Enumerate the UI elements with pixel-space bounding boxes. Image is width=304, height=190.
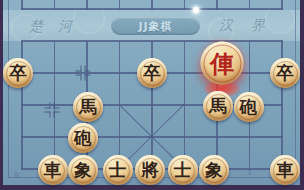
river-label-right: 汉界 — [219, 17, 283, 35]
piece-black-elephant[interactable]: 象 — [68, 155, 98, 185]
piece-black-horse[interactable]: 馬 — [73, 92, 103, 122]
point-marker — [44, 103, 59, 118]
piece-character: 車 — [276, 158, 294, 182]
piece-black-horse[interactable]: 馬 — [203, 91, 233, 121]
piece-black-advisor[interactable]: 士 — [168, 155, 198, 185]
app-logo-text: JJ象棋 — [138, 19, 172, 34]
piece-character: 士 — [174, 158, 192, 182]
piece-black-cannon[interactable]: 砲 — [68, 123, 98, 153]
file-coordinate-label: 9 — [14, 171, 18, 179]
piece-character: 車 — [44, 158, 62, 182]
piece-character: 象 — [205, 158, 223, 182]
sparkle-effect-dot — [193, 7, 199, 13]
piece-character: 馬 — [209, 94, 227, 118]
piece-black-chariot[interactable]: 車 — [270, 155, 300, 185]
file-coordinate-label: 2 — [247, 169, 251, 177]
piece-character: 卒 — [143, 61, 161, 85]
piece-character: 卒 — [9, 61, 27, 85]
piece-character: 馬 — [79, 95, 97, 119]
piece-character: 砲 — [240, 95, 258, 119]
river-label-left: 楚河 — [29, 18, 87, 36]
point-marker — [76, 66, 91, 81]
piece-character: 將 — [141, 158, 159, 182]
piece-character: 砲 — [74, 126, 92, 150]
piece-red-chariot[interactable]: 俥 — [201, 42, 244, 85]
xiangqi-game-screen: 92 楚河 汉界 JJ象棋 卒卒俥卒馬馬砲砲車象士將士象車 — [0, 0, 304, 190]
piece-black-advisor[interactable]: 士 — [103, 155, 133, 185]
piece-black-elephant[interactable]: 象 — [199, 155, 229, 185]
piece-character: 士 — [109, 158, 127, 182]
app-logo-badge: JJ象棋 — [111, 17, 200, 35]
piece-black-chariot[interactable]: 車 — [38, 155, 68, 185]
piece-character: 象 — [74, 158, 92, 182]
piece-character: 卒 — [276, 61, 294, 85]
piece-black-general[interactable]: 將 — [135, 155, 165, 185]
piece-black-pawn[interactable]: 卒 — [270, 58, 300, 88]
piece-black-pawn[interactable]: 卒 — [3, 58, 33, 88]
piece-character: 俥 — [210, 47, 234, 79]
piece-black-cannon[interactable]: 砲 — [234, 92, 264, 122]
piece-black-pawn[interactable]: 卒 — [137, 58, 167, 88]
